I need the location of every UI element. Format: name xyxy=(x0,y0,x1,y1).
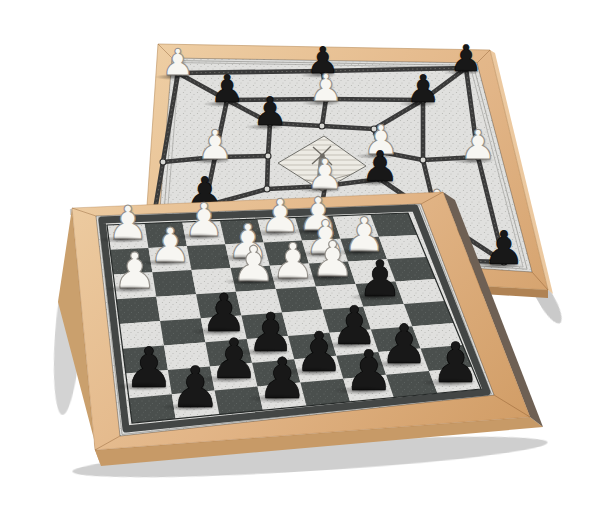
checkers-square xyxy=(210,363,258,391)
checkers-board xyxy=(0,0,600,522)
checkers-square xyxy=(363,304,412,330)
checkers-square xyxy=(330,329,379,355)
checkers-square xyxy=(187,244,231,270)
checkers-square xyxy=(241,313,288,340)
checkers-square xyxy=(316,284,364,310)
checkers-square xyxy=(236,289,282,315)
checkers-square xyxy=(252,359,300,386)
checkers-square xyxy=(225,242,269,268)
checkers-square xyxy=(220,219,264,244)
checkers-square xyxy=(309,261,356,286)
checkers-square xyxy=(129,394,176,423)
checkers-square xyxy=(379,349,430,375)
checkers-square xyxy=(258,218,303,243)
checkers-square xyxy=(340,237,387,262)
checkers-square xyxy=(149,246,192,272)
checkers-square xyxy=(145,222,187,248)
checkers-square xyxy=(215,387,263,415)
checkers-square xyxy=(156,294,201,321)
checkers-square xyxy=(282,310,330,336)
checkers-square xyxy=(201,315,247,342)
checkers-square xyxy=(264,241,309,266)
checkers-square xyxy=(276,287,323,313)
checkers-square xyxy=(110,248,152,275)
checkers-square xyxy=(152,270,196,297)
checkers-square xyxy=(182,221,225,247)
checkers-square xyxy=(107,224,149,250)
checkers-square xyxy=(371,326,421,352)
checkers-square xyxy=(196,292,241,319)
checkers-square xyxy=(288,333,336,360)
checkers-square xyxy=(160,318,205,345)
checkers-square xyxy=(302,239,348,264)
checkers-square xyxy=(172,390,220,418)
checkers-square xyxy=(295,216,340,241)
checkers-square xyxy=(116,297,160,324)
checkers-square xyxy=(164,342,210,370)
checkers-square xyxy=(231,266,276,292)
checkers-square xyxy=(270,264,316,290)
checkers-square xyxy=(336,352,386,379)
checkers-square xyxy=(294,356,343,383)
checkers-square xyxy=(348,259,396,284)
checkers-square xyxy=(123,346,168,374)
checkers-square xyxy=(356,282,404,307)
checkers-square xyxy=(247,336,294,363)
checkers-square xyxy=(120,321,165,349)
checkers-square xyxy=(126,370,172,398)
game-set-photo: ♟♟♟♟♟♟♟♟♟♟♟♟♟♟♟ ♟♟♟♟♟♟♟♟♟♟♟♟♟♟♟♟♟♟♟♟♟♟♟♟ xyxy=(0,0,600,522)
checkers-square xyxy=(323,307,371,333)
checkers-square xyxy=(113,272,156,299)
checkers-square xyxy=(205,339,252,366)
checkers-square xyxy=(168,366,215,394)
checkers-square xyxy=(192,268,237,294)
